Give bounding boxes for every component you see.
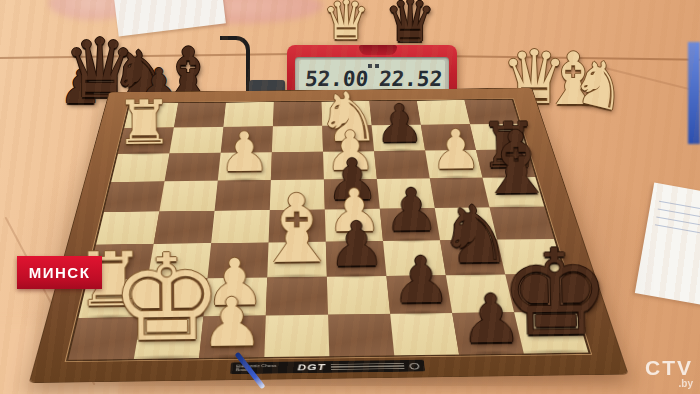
square-e1: [328, 314, 394, 356]
chessboard: ♜♞♟♟♟♟♜♟♝♟♟♝♟♞♜♟♟♚♟♟♚: [68, 100, 588, 360]
channel-watermark: CTV .by: [645, 357, 693, 389]
square-f6: [374, 151, 430, 179]
board-label-badge-icon: [409, 362, 419, 369]
square-a6: [111, 153, 169, 182]
piece-bP-f4: ♟: [383, 181, 439, 240]
square-b1: ♚: [134, 316, 204, 359]
square-a5: [104, 181, 165, 212]
piece-bP-f2: ♟: [390, 249, 451, 314]
piece-bP-f7: ♟: [374, 98, 424, 151]
board-label: Electronic Chess Board DGT: [230, 360, 425, 374]
square-b7: [169, 127, 223, 154]
board-label-smallprint: [331, 363, 404, 370]
scene: ♟♛♞♟♝♛♝♞♛♛ 52.00 22.52 DGT ♜♞♟♟♟♟♜♟♝♟♟♝♟…: [0, 0, 700, 394]
location-badge: МИНСК: [17, 256, 102, 289]
behind-clock-piece-wQ: ♛: [322, 0, 370, 48]
square-f1: [390, 313, 459, 355]
board-brand-logo: DGT: [298, 363, 326, 372]
square-g6: ♟: [425, 150, 482, 178]
clock-display-icons: [368, 64, 379, 68]
square-d1: [264, 315, 329, 357]
piece-wP-c1: ♟: [199, 289, 263, 357]
piece-bK-h1: ♚: [497, 233, 612, 353]
clock-rocker-lever: [359, 45, 397, 55]
piece-wP-c6: ♟: [218, 125, 270, 180]
square-e2: [327, 276, 390, 315]
square-c1: ♟: [199, 316, 266, 358]
piece-wR-a7: ♜: [115, 93, 173, 154]
square-d2: [266, 277, 328, 316]
square-d7: [272, 126, 323, 152]
piece-bP-e3: ♟: [327, 214, 386, 276]
square-b5: [159, 181, 217, 212]
watermark-text: CTV: [645, 357, 693, 378]
square-h1: ♚: [514, 311, 588, 353]
square-e3: ♟: [326, 241, 387, 277]
square-b6: [165, 153, 221, 181]
square-f2: ♟: [386, 275, 452, 314]
watermark-domain: .by: [645, 379, 693, 389]
square-d3: ♝: [267, 242, 327, 278]
blue-object: [688, 42, 700, 144]
behind-clock-piece-bQ: ♛: [384, 0, 436, 50]
chess-board-frame: ♜♞♟♟♟♟♜♟♝♟♟♝♟♞♜♟♟♚♟♟♚ Electronic Chess B…: [30, 88, 627, 382]
square-f4: ♟: [380, 208, 440, 241]
square-a7: ♜: [118, 127, 174, 154]
square-d8: [273, 102, 322, 127]
square-f7: ♟: [372, 125, 426, 151]
